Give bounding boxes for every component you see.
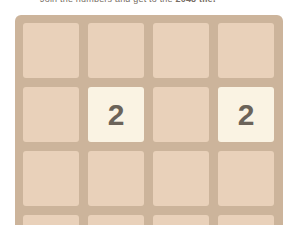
grid-cell xyxy=(88,23,144,78)
grid-cell xyxy=(218,151,274,206)
instruction-text: Join the numbers and get to the 2048 til… xyxy=(40,0,216,5)
page: Join the numbers and get to the 2048 til… xyxy=(0,0,300,225)
grid-cell xyxy=(153,23,209,78)
grid-cell xyxy=(23,215,79,225)
grid-cell xyxy=(88,215,144,225)
tile-2: 2 xyxy=(218,87,274,142)
grid-cell xyxy=(153,151,209,206)
instruction-plain: Join the numbers and get to the xyxy=(40,0,176,4)
instruction-goal: 2048 tile! xyxy=(176,0,217,4)
grid-cell xyxy=(23,87,79,142)
grid-cell xyxy=(23,151,79,206)
tile-2: 2 xyxy=(88,87,144,142)
grid-cell xyxy=(218,215,274,225)
grid-cell xyxy=(153,215,209,225)
grid-cell xyxy=(153,87,209,142)
game-board[interactable]: 22 xyxy=(15,15,283,225)
grid-cell xyxy=(23,23,79,78)
grid-cell xyxy=(88,151,144,206)
grid-cell xyxy=(218,23,274,78)
